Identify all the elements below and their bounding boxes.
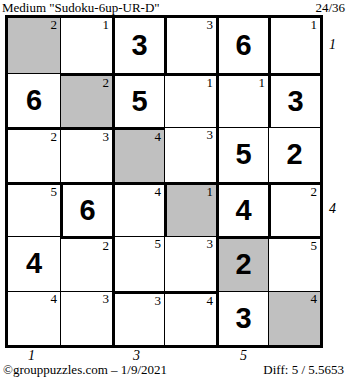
- cell-value: 6: [79, 196, 95, 225]
- cell-value: 3: [287, 87, 303, 116]
- corner-mark: 2: [103, 76, 110, 90]
- cell-r1-c6[interactable]: 1: [268, 18, 320, 73]
- cell-value: 2: [235, 250, 251, 279]
- cell-r5-c1[interactable]: 4: [8, 236, 60, 291]
- cell-r4-c5[interactable]: 4: [216, 182, 268, 237]
- cell-r1-c1[interactable]: 2: [8, 18, 60, 73]
- corner-mark: 3: [207, 128, 214, 142]
- cell-r3-c6[interactable]: 2: [268, 127, 320, 182]
- cell-r1-c2[interactable]: 1: [60, 18, 112, 73]
- footer: ©grouppuzzles.com – 1/9/2021 Diff: 5 / 5…: [0, 362, 347, 378]
- cell-r3-c2[interactable]: 3: [60, 127, 112, 182]
- cell-r2-c6[interactable]: 3: [268, 73, 320, 128]
- sudoku-grid: 213361625113234352564142425325433434: [5, 15, 323, 348]
- corner-mark: 4: [155, 130, 162, 144]
- corner-mark: 1: [259, 76, 266, 90]
- cell-r5-c6[interactable]: 5: [268, 236, 320, 291]
- corner-mark: 2: [311, 185, 318, 199]
- cell-r2-c4[interactable]: 1: [164, 73, 216, 128]
- cell-value: 6: [235, 31, 251, 60]
- row-label-4: 4: [329, 201, 336, 217]
- cell-r6-c4[interactable]: 4: [164, 291, 216, 346]
- cell-value: 6: [26, 86, 42, 115]
- corner-mark: 2: [51, 18, 58, 32]
- cell-r5-c2[interactable]: 2: [60, 236, 112, 291]
- cell-r6-c1[interactable]: 4: [8, 291, 60, 346]
- corner-mark: 3: [155, 294, 162, 308]
- cell-value: 4: [235, 196, 251, 225]
- cell-r5-c3[interactable]: 5: [112, 236, 164, 291]
- corner-mark: 2: [51, 130, 58, 144]
- copyright-text: ©grouppuzzles.com – 1/9/2021: [3, 362, 167, 378]
- cell-r2-c5[interactable]: 1: [216, 73, 268, 128]
- corner-mark: 1: [207, 76, 214, 90]
- cell-value: 4: [26, 249, 42, 278]
- cell-r5-c4[interactable]: 3: [164, 236, 216, 291]
- cell-r6-c6[interactable]: 4: [268, 291, 320, 346]
- cell-value: 3: [131, 31, 147, 60]
- cell-r1-c4[interactable]: 3: [164, 18, 216, 73]
- corner-mark: 4: [155, 185, 162, 199]
- cell-value: 5: [131, 87, 147, 116]
- title-bar: Medium "Sudoku-6up-UR-D" 24/36: [0, 0, 347, 14]
- difficulty-text: Diff: 5 / 5.5653: [263, 362, 344, 378]
- corner-mark: 3: [207, 237, 214, 251]
- corner-mark: 4: [311, 292, 318, 306]
- puzzle-counter: 24/36: [315, 0, 345, 16]
- cell-r6-c2[interactable]: 3: [60, 291, 112, 346]
- cell-r4-c3[interactable]: 4: [112, 182, 164, 237]
- puzzle-title: Medium "Sudoku-6up-UR-D": [2, 0, 160, 16]
- cell-r2-c3[interactable]: 5: [112, 73, 164, 128]
- corner-mark: 5: [311, 239, 318, 253]
- cell-value: 3: [235, 304, 251, 333]
- cell-r6-c3[interactable]: 3: [112, 291, 164, 346]
- corner-mark: 3: [207, 18, 214, 32]
- cell-r4-c4[interactable]: 1: [164, 182, 216, 237]
- cell-r5-c5[interactable]: 2: [216, 236, 268, 291]
- cell-r4-c6[interactable]: 2: [268, 182, 320, 237]
- cell-r2-c1[interactable]: 6: [8, 73, 60, 128]
- cell-value: 5: [235, 140, 251, 169]
- corner-mark: 4: [51, 292, 58, 306]
- cell-r3-c4[interactable]: 3: [164, 127, 216, 182]
- cell-value: 2: [286, 140, 302, 169]
- cell-r1-c5[interactable]: 6: [216, 18, 268, 73]
- row-label-1: 1: [329, 37, 336, 53]
- cell-r4-c2[interactable]: 6: [60, 182, 112, 237]
- cell-r6-c5[interactable]: 3: [216, 291, 268, 346]
- corner-mark: 1: [311, 18, 318, 32]
- cell-r1-c3[interactable]: 3: [112, 18, 164, 73]
- cell-r2-c2[interactable]: 2: [60, 73, 112, 128]
- corner-mark: 1: [103, 18, 110, 32]
- cell-r3-c3[interactable]: 4: [112, 127, 164, 182]
- corner-mark: 3: [103, 130, 110, 144]
- cell-r3-c1[interactable]: 2: [8, 127, 60, 182]
- corner-mark: 3: [103, 292, 110, 306]
- corner-mark: 2: [103, 239, 110, 253]
- corner-mark: 4: [207, 294, 214, 308]
- corner-mark: 1: [207, 185, 214, 199]
- cell-r4-c1[interactable]: 5: [8, 182, 60, 237]
- cell-r3-c5[interactable]: 5: [216, 127, 268, 182]
- corner-mark: 5: [155, 237, 162, 251]
- corner-mark: 5: [51, 185, 58, 199]
